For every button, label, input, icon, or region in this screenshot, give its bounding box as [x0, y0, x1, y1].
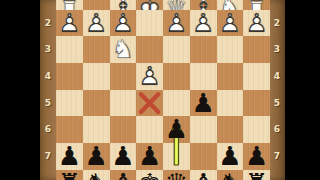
white-king[interactable]: ♚♔ — [136, 0, 163, 10]
square-h4[interactable] — [56, 63, 83, 90]
square-b6[interactable] — [217, 116, 244, 143]
black-pawn[interactable]: ♟ — [83, 143, 110, 170]
square-g5[interactable] — [83, 90, 110, 117]
video-frame-background: { "game": "chess", "opening_context": "S… — [0, 0, 320, 180]
square-g3[interactable] — [83, 36, 110, 63]
black-pawn[interactable]: ♟ — [217, 143, 244, 170]
black-pawn[interactable]: ♟ — [110, 143, 137, 170]
square-e5[interactable] — [136, 90, 163, 117]
black-queen[interactable]: ♛ — [163, 170, 190, 180]
square-c2[interactable]: ♟♙ — [190, 10, 217, 37]
square-b2[interactable]: ♟♙ — [217, 10, 244, 37]
square-b1[interactable]: ♞♘ — [217, 0, 244, 10]
square-e4[interactable]: ♟♙ — [136, 63, 163, 90]
square-d6[interactable]: ♟ — [163, 116, 190, 143]
square-c4[interactable] — [190, 63, 217, 90]
rank-label-left-6: 6 — [40, 124, 56, 135]
square-g8[interactable]: ♞ — [83, 170, 110, 180]
square-a7[interactable]: ♟ — [243, 143, 270, 170]
rank-label-right-5: 5 — [269, 98, 285, 109]
square-d3[interactable] — [163, 36, 190, 63]
black-knight[interactable]: ♞ — [217, 170, 244, 180]
square-h1[interactable]: ♜♖ — [56, 0, 83, 10]
square-f5[interactable] — [110, 90, 137, 117]
white-piece-outline: ♙ — [110, 10, 137, 37]
white-piece-outline: ♙ — [83, 10, 110, 37]
square-c3[interactable] — [190, 36, 217, 63]
square-h6[interactable] — [56, 116, 83, 143]
rank-label-right-6: 6 — [269, 124, 285, 135]
white-piece-outline: ♙ — [56, 10, 83, 37]
square-e3[interactable] — [136, 36, 163, 63]
square-d5[interactable] — [163, 90, 190, 117]
white-bishop[interactable]: ♝♗ — [110, 0, 137, 10]
rank-label-left-5: 5 — [40, 98, 56, 109]
white-piece-outline: ♙ — [136, 63, 163, 90]
white-piece-outline: ♙ — [217, 10, 244, 37]
black-pawn[interactable]: ♟ — [243, 143, 270, 170]
black-pawn[interactable]: ♟ — [190, 90, 217, 117]
black-bishop[interactable]: ♝ — [110, 170, 137, 180]
white-pawn[interactable]: ♟♙ — [243, 10, 270, 37]
square-g7[interactable]: ♟ — [83, 143, 110, 170]
black-bishop[interactable]: ♝ — [190, 170, 217, 180]
white-pawn[interactable]: ♟♙ — [163, 10, 190, 37]
square-h8[interactable]: ♜ — [56, 170, 83, 180]
rank-label-left-3: 3 — [40, 44, 56, 55]
rank-label-left-2: 2 — [40, 18, 56, 29]
white-pawn[interactable]: ♟♙ — [190, 10, 217, 37]
square-h2[interactable]: ♟♙ — [56, 10, 83, 37]
white-piece-outline: ♘ — [217, 0, 244, 10]
square-b8[interactable]: ♞ — [217, 170, 244, 180]
black-king[interactable]: ♚ — [136, 170, 163, 180]
square-g1[interactable] — [83, 0, 110, 10]
white-piece-outline: ♙ — [163, 10, 190, 37]
rank-label-right-4: 4 — [269, 71, 285, 82]
white-piece-outline: ♙ — [243, 10, 270, 37]
square-b4[interactable] — [217, 63, 244, 90]
white-knight[interactable]: ♞♘ — [217, 0, 244, 10]
white-knight[interactable]: ♞♘ — [110, 36, 137, 63]
square-g4[interactable] — [83, 63, 110, 90]
square-f8[interactable]: ♝ — [110, 170, 137, 180]
white-piece-outline: ♘ — [110, 36, 137, 63]
square-f3[interactable]: ♞♘ — [110, 36, 137, 63]
square-f6[interactable] — [110, 116, 137, 143]
white-queen[interactable]: ♛♕ — [163, 0, 190, 10]
square-c1[interactable]: ♝♗ — [190, 0, 217, 10]
white-pawn[interactable]: ♟♙ — [56, 10, 83, 37]
black-rook[interactable]: ♜ — [243, 170, 270, 180]
square-g6[interactable] — [83, 116, 110, 143]
white-rook[interactable]: ♜♖ — [243, 0, 270, 10]
square-a2[interactable]: ♟♙ — [243, 10, 270, 37]
square-h7[interactable]: ♟ — [56, 143, 83, 170]
square-g2[interactable]: ♟♙ — [83, 10, 110, 37]
black-rook[interactable]: ♜ — [56, 170, 83, 180]
square-e6[interactable] — [136, 116, 163, 143]
rank-label-right-3: 3 — [269, 44, 285, 55]
square-f1[interactable]: ♝♗ — [110, 0, 137, 10]
square-b7[interactable]: ♟ — [217, 143, 244, 170]
square-c7[interactable] — [190, 143, 217, 170]
square-e2[interactable] — [136, 10, 163, 37]
square-c8[interactable]: ♝ — [190, 170, 217, 180]
square-d8[interactable]: ♛ — [163, 170, 190, 180]
square-d4[interactable] — [163, 63, 190, 90]
chess-board: ♜♖♝♗♚♔♛♕♝♗♞♘♜♖♟♙♟♙♟♙♟♙♟♙♟♙♟♙♞♘♟♙♟♟♟♟♟♟♟♟… — [56, 0, 270, 180]
white-bishop[interactable]: ♝♗ — [190, 0, 217, 10]
square-c6[interactable] — [190, 116, 217, 143]
white-piece-outline: ♗ — [190, 0, 217, 10]
square-b3[interactable] — [217, 36, 244, 63]
black-pawn[interactable]: ♟ — [136, 143, 163, 170]
rank-label-left-4: 4 — [40, 71, 56, 82]
black-knight[interactable]: ♞ — [83, 170, 110, 180]
square-a3[interactable] — [243, 36, 270, 63]
white-piece-outline: ♙ — [190, 10, 217, 37]
black-pawn[interactable]: ♟ — [56, 143, 83, 170]
square-h5[interactable] — [56, 90, 83, 117]
white-piece-outline: ♖ — [56, 0, 83, 10]
square-h3[interactable] — [56, 36, 83, 63]
square-e8[interactable]: ♚ — [136, 170, 163, 180]
white-rook[interactable]: ♜♖ — [56, 0, 83, 10]
white-piece-outline: ♖ — [243, 0, 270, 10]
rank-label-right-7: 7 — [269, 151, 285, 162]
square-e1[interactable]: ♚♔ — [136, 0, 163, 10]
white-pawn[interactable]: ♟♙ — [110, 10, 137, 37]
square-f2[interactable]: ♟♙ — [110, 10, 137, 37]
black-pawn[interactable]: ♟ — [163, 116, 190, 143]
white-piece-outline: ♔ — [136, 0, 163, 10]
board-frame: ♜♖♝♗♚♔♛♕♝♗♞♘♜♖♟♙♟♙♟♙♟♙♟♙♟♙♟♙♞♘♟♙♟♟♟♟♟♟♟♟… — [40, 0, 285, 180]
square-a6[interactable] — [243, 116, 270, 143]
square-a8[interactable]: ♜ — [243, 170, 270, 180]
white-pawn[interactable]: ♟♙ — [83, 10, 110, 37]
square-a5[interactable] — [243, 90, 270, 117]
square-f4[interactable] — [110, 63, 137, 90]
square-f7[interactable]: ♟ — [110, 143, 137, 170]
square-d1[interactable]: ♛♕ — [163, 0, 190, 10]
square-a1[interactable]: ♜♖ — [243, 0, 270, 10]
white-piece-outline: ♗ — [110, 0, 137, 10]
square-a4[interactable] — [243, 63, 270, 90]
square-c5[interactable]: ♟ — [190, 90, 217, 117]
square-d2[interactable]: ♟♙ — [163, 10, 190, 37]
white-pawn[interactable]: ♟♙ — [136, 63, 163, 90]
square-d7[interactable] — [163, 143, 190, 170]
white-piece-outline: ♕ — [163, 0, 190, 10]
rank-label-left-7: 7 — [40, 151, 56, 162]
white-pawn[interactable]: ♟♙ — [217, 10, 244, 37]
square-b5[interactable] — [217, 90, 244, 117]
rank-label-right-2: 2 — [269, 18, 285, 29]
square-e7[interactable]: ♟ — [136, 143, 163, 170]
